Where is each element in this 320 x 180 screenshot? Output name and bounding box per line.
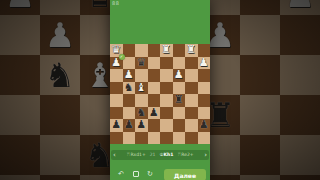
board-icon[interactable]: [133, 171, 139, 177]
square-a2[interactable]: ♟: [110, 119, 123, 132]
black-pawn-h2[interactable]: ♟: [199, 119, 209, 132]
square-f2[interactable]: [173, 119, 186, 132]
square-g8[interactable]: ♜: [185, 44, 198, 57]
square-d2[interactable]: [148, 119, 161, 132]
square-g3[interactable]: [185, 107, 198, 120]
square-c5[interactable]: ♝: [135, 82, 148, 95]
chess-board[interactable]: ♛♜♜♟♛♟♟♟♞♝♜♞♟♟♟♟♟: [110, 44, 210, 144]
next-button-label: Далее: [174, 172, 196, 179]
square-a5[interactable]: [110, 82, 123, 95]
status-text: 88: [112, 0, 119, 6]
square-e1[interactable]: [160, 132, 173, 145]
black-knight-b5[interactable]: ♞: [124, 82, 134, 95]
best-move-badge: ✓: [119, 54, 125, 60]
square-e2[interactable]: [160, 119, 173, 132]
square-d5[interactable]: [148, 82, 161, 95]
square-h7[interactable]: ♟: [198, 57, 211, 70]
square-d3[interactable]: ♟: [148, 107, 161, 120]
square-a1[interactable]: [110, 132, 123, 145]
square-c1[interactable]: [135, 132, 148, 145]
square-f8[interactable]: [173, 44, 186, 57]
move-strip: ‹ ♖Rxd1+21♔Kh1♖Re2+ ›: [111, 150, 209, 160]
square-f1[interactable]: [173, 132, 186, 145]
refresh-icon[interactable]: ↻: [147, 168, 153, 180]
square-c2[interactable]: ♟: [135, 119, 148, 132]
black-pawn-a2[interactable]: ♟: [111, 119, 121, 132]
square-g7[interactable]: [185, 57, 198, 70]
square-b5[interactable]: ♞: [123, 82, 136, 95]
black-pawn-d3[interactable]: ♟: [149, 107, 159, 120]
square-f6[interactable]: ♟: [173, 69, 186, 82]
square-f3[interactable]: [173, 107, 186, 120]
move-san[interactable]: ♔Kh1: [159, 150, 173, 160]
square-g5[interactable]: [185, 82, 198, 95]
square-e5[interactable]: [160, 82, 173, 95]
square-e7[interactable]: [160, 57, 173, 70]
square-h6[interactable]: [198, 69, 211, 82]
square-e4[interactable]: [160, 94, 173, 107]
white-pawn-b6[interactable]: ♟: [124, 69, 134, 82]
square-e6[interactable]: [160, 69, 173, 82]
square-d6[interactable]: [148, 69, 161, 82]
square-g4[interactable]: [185, 94, 198, 107]
chess-app-panel: 88 ♛♜♜♟♛♟♟♟♞♝♜♞♟♟♟♟♟ ✓ ‹ ♖Rxd1+21♔Kh1♖Re…: [110, 0, 210, 180]
black-pawn-b2[interactable]: ♟: [124, 119, 134, 132]
square-h8[interactable]: [198, 44, 211, 57]
white-rook-g8[interactable]: ♜: [186, 44, 196, 57]
white-rook-e8[interactable]: ♜: [161, 44, 171, 57]
square-f4[interactable]: ♜: [173, 94, 186, 107]
square-b2[interactable]: ♟: [123, 119, 136, 132]
square-b4[interactable]: [123, 94, 136, 107]
black-rook-f4[interactable]: ♜: [174, 94, 184, 107]
white-bishop-c5[interactable]: ♝: [136, 82, 146, 95]
square-g6[interactable]: [185, 69, 198, 82]
move-list: ♖Rxd1+21♔Kh1♖Re2+: [116, 150, 204, 160]
square-e3[interactable]: [160, 107, 173, 120]
undo-icon[interactable]: ↶: [118, 168, 124, 180]
check-icon: ✓: [120, 55, 123, 59]
square-h1[interactable]: [198, 132, 211, 145]
white-pawn-f6[interactable]: ♟: [174, 69, 184, 82]
move-san[interactable]: ♖Re2+: [177, 150, 193, 160]
square-h4[interactable]: [198, 94, 211, 107]
square-c8[interactable]: [135, 44, 148, 57]
square-c7[interactable]: ♛: [135, 57, 148, 70]
square-g2[interactable]: [185, 119, 198, 132]
white-pawn-h7[interactable]: ♟: [199, 57, 209, 70]
bottom-controls: ↶ ↻ Далее: [110, 167, 210, 180]
square-d7[interactable]: [148, 57, 161, 70]
square-a4[interactable]: [110, 94, 123, 107]
square-g1[interactable]: [185, 132, 198, 145]
move-number[interactable]: 21: [150, 150, 156, 160]
square-d8[interactable]: [148, 44, 161, 57]
square-d1[interactable]: [148, 132, 161, 145]
black-queen-c7[interactable]: ♛: [136, 57, 146, 70]
square-b6[interactable]: ♟: [123, 69, 136, 82]
screenshot-stage: ♛♜♜♟♛♟♟♟♞♝♜♞♟♟♟♟♟ 88 ♛♜♜♟♛♟♟♟♞♝♜♞♟♟♟♟♟ ✓…: [0, 0, 320, 180]
square-h2[interactable]: ♟: [198, 119, 211, 132]
next-button[interactable]: Далее: [164, 169, 206, 180]
square-c4[interactable]: [135, 94, 148, 107]
square-d4[interactable]: [148, 94, 161, 107]
black-pawn-c2[interactable]: ♟: [136, 119, 146, 132]
square-h5[interactable]: [198, 82, 211, 95]
move-san[interactable]: ♖Rxd1+: [126, 150, 145, 160]
next-move-chevron-icon[interactable]: ›: [204, 150, 207, 160]
square-a6[interactable]: [110, 69, 123, 82]
square-c6[interactable]: [135, 69, 148, 82]
square-b1[interactable]: [123, 132, 136, 145]
square-e8[interactable]: ♜: [160, 44, 173, 57]
